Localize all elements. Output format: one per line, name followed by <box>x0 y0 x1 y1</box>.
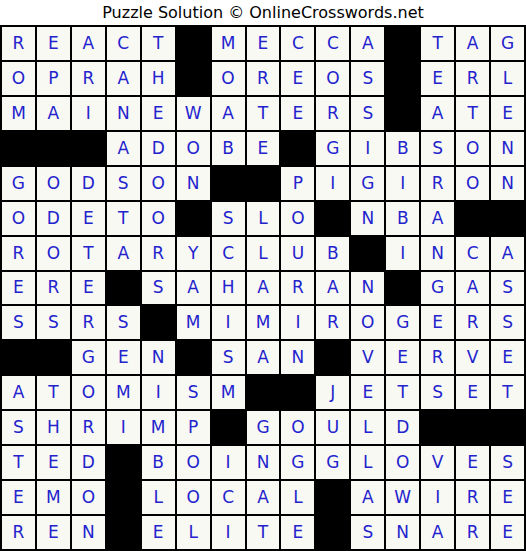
cell-letter: T <box>502 384 512 401</box>
cell-letter: V <box>467 349 479 366</box>
cell-letter: E <box>258 35 269 52</box>
letter-cell-r14c2: M <box>37 481 70 514</box>
letter-cell-r2c10: O <box>316 62 349 95</box>
letter-cell-r3c8: T <box>247 97 280 130</box>
letter-cell-r13c6: O <box>177 446 210 479</box>
black-cell-r12c13 <box>421 411 454 444</box>
letter-cell-r9c1: S <box>2 306 35 339</box>
cell-letter: J <box>330 384 335 401</box>
cell-letter: L <box>258 245 267 262</box>
letter-cell-r13c13: V <box>421 446 454 479</box>
cell-letter: P <box>48 70 58 87</box>
cell-letter: G <box>501 35 514 52</box>
letter-cell-r14c7: C <box>212 481 245 514</box>
cell-letter: C <box>222 245 234 262</box>
cell-letter: N <box>361 279 374 296</box>
cell-letter: M <box>256 314 271 331</box>
letter-cell-r13c7: I <box>212 446 245 479</box>
letter-cell-r2c9: E <box>281 62 314 95</box>
letter-cell-r2c1: O <box>2 62 35 95</box>
letter-cell-r8c6: A <box>177 272 210 305</box>
black-cell-r8c12 <box>386 272 419 305</box>
cell-letter: A <box>467 35 479 52</box>
crossword-grid: REACTMECCATAGOPRAHOREOSERLMAINEWATERSATE… <box>0 25 526 551</box>
letter-cell-r9c14: R <box>456 306 489 339</box>
letter-cell-r10c15: E <box>491 341 524 374</box>
cell-letter: L <box>293 489 302 506</box>
letter-cell-r7c2: O <box>37 237 70 270</box>
cell-letter: S <box>223 210 234 227</box>
cell-letter: G <box>396 314 409 331</box>
cell-letter: A <box>432 210 444 227</box>
letter-cell-r7c12: I <box>386 237 419 270</box>
letter-cell-r15c12: N <box>386 516 419 549</box>
cell-letter: L <box>503 70 512 87</box>
letter-cell-r14c14: R <box>456 481 489 514</box>
cell-letter: N <box>292 349 305 366</box>
letter-cell-r8c3: E <box>72 272 105 305</box>
cell-letter: E <box>48 454 59 471</box>
letter-cell-r7c5: R <box>142 237 175 270</box>
cell-letter: R <box>292 279 304 296</box>
cell-letter: N <box>117 105 130 122</box>
letter-cell-r5c13: R <box>421 167 454 200</box>
cell-letter: E <box>502 524 513 541</box>
letter-cell-r2c13: E <box>421 62 454 95</box>
black-cell-r12c14 <box>456 411 489 444</box>
letter-cell-r9c9: I <box>281 306 314 339</box>
letter-cell-r7c6: Y <box>177 237 210 270</box>
cell-letter: E <box>13 489 24 506</box>
letter-cell-r13c5: B <box>142 446 175 479</box>
letter-cell-r8c15: S <box>491 272 524 305</box>
cell-letter: R <box>82 314 94 331</box>
cell-letter: R <box>13 245 25 262</box>
cell-letter: N <box>361 210 374 227</box>
letter-cell-r13c8: N <box>247 446 280 479</box>
black-cell-r4c9 <box>281 132 314 165</box>
cell-letter: W <box>394 489 411 506</box>
letter-cell-r7c10: B <box>316 237 349 270</box>
cell-letter: O <box>82 384 95 401</box>
letter-cell-r9c7: I <box>212 306 245 339</box>
cell-letter: E <box>83 210 94 227</box>
cell-letter: O <box>326 70 339 87</box>
cell-letter: E <box>432 70 443 87</box>
cell-letter: O <box>291 210 304 227</box>
cell-letter: Y <box>188 245 198 262</box>
letter-cell-r8c2: R <box>37 272 70 305</box>
letter-cell-r3c9: E <box>281 97 314 130</box>
cell-letter: G <box>431 279 444 296</box>
letter-cell-r2c14: R <box>456 62 489 95</box>
letter-cell-r10c11: V <box>351 341 384 374</box>
letter-cell-r5c12: I <box>386 167 419 200</box>
black-cell-r12c15 <box>491 411 524 444</box>
letter-cell-r6c13: A <box>421 202 454 235</box>
cell-letter: U <box>292 245 304 262</box>
cell-letter: G <box>82 349 95 366</box>
cell-letter: E <box>293 524 304 541</box>
cell-letter: O <box>396 454 409 471</box>
cell-letter: L <box>363 454 372 471</box>
letter-cell-r9c4: S <box>107 306 140 339</box>
letter-cell-r5c1: G <box>2 167 35 200</box>
letter-cell-r4c14: O <box>456 132 489 165</box>
letter-cell-r11c12: T <box>386 376 419 409</box>
letter-cell-r9c11: O <box>351 306 384 339</box>
letter-cell-r2c15: L <box>491 62 524 95</box>
letter-cell-r9c6: M <box>177 306 210 339</box>
letter-cell-r10c8: A <box>247 341 280 374</box>
cell-letter: L <box>363 419 372 436</box>
letter-cell-r11c5: I <box>142 376 175 409</box>
letter-cell-r6c9: O <box>281 202 314 235</box>
cell-letter: A <box>502 245 514 262</box>
cell-letter: T <box>432 35 442 52</box>
cell-letter: E <box>362 384 373 401</box>
letter-cell-r2c3: R <box>72 62 105 95</box>
letter-cell-r1c7: M <box>212 27 245 60</box>
letter-cell-r12c2: H <box>37 411 70 444</box>
black-cell-r15c4 <box>107 516 140 549</box>
cell-letter: G <box>326 454 339 471</box>
cell-letter: A <box>48 105 60 122</box>
cell-letter: S <box>118 314 129 331</box>
cell-letter: M <box>46 489 61 506</box>
black-cell-r4c3 <box>72 132 105 165</box>
letter-cell-r2c5: H <box>142 62 175 95</box>
page-title: Puzzle Solution © OnlineCrosswords.net <box>0 0 526 25</box>
letter-cell-r11c3: O <box>72 376 105 409</box>
cell-letter: A <box>13 384 25 401</box>
letter-cell-r1c14: A <box>456 27 489 60</box>
letter-cell-r10c3: G <box>72 341 105 374</box>
cell-letter: N <box>187 175 200 192</box>
letter-cell-r14c12: W <box>386 481 419 514</box>
cell-letter: A <box>117 70 129 87</box>
letter-cell-r11c4: M <box>107 376 140 409</box>
cell-letter: A <box>362 489 374 506</box>
cell-letter: I <box>226 314 231 331</box>
letter-cell-r1c11: A <box>351 27 384 60</box>
cell-letter: A <box>467 279 479 296</box>
cell-letter: N <box>152 349 165 366</box>
cell-letter: T <box>258 105 268 122</box>
cell-letter: O <box>186 489 199 506</box>
cell-letter: S <box>362 105 373 122</box>
letter-cell-r12c1: S <box>2 411 35 444</box>
cell-letter: O <box>466 140 479 157</box>
letter-cell-r8c13: G <box>421 272 454 305</box>
black-cell-r10c6 <box>177 341 210 374</box>
cell-letter: V <box>432 454 444 471</box>
letter-cell-r12c10: U <box>316 411 349 444</box>
black-cell-r9c5 <box>142 306 175 339</box>
black-cell-r6c15 <box>491 202 524 235</box>
cell-letter: T <box>258 524 268 541</box>
black-cell-r13c4 <box>107 446 140 479</box>
letter-cell-r3c3: I <box>72 97 105 130</box>
cell-letter: P <box>293 175 303 192</box>
letter-cell-r12c11: L <box>351 411 384 444</box>
cell-letter: I <box>400 245 405 262</box>
cell-letter: E <box>502 105 513 122</box>
cell-letter: L <box>153 489 162 506</box>
puzzle-solution-page: Puzzle Solution © OnlineCrosswords.net R… <box>0 0 526 551</box>
cell-letter: A <box>187 279 199 296</box>
letter-cell-r4c7: B <box>212 132 245 165</box>
letter-cell-r15c5: E <box>142 516 175 549</box>
letter-cell-r1c3: A <box>72 27 105 60</box>
letter-cell-r15c11: S <box>351 516 384 549</box>
letter-cell-r14c1: E <box>2 481 35 514</box>
letter-cell-r7c3: T <box>72 237 105 270</box>
cell-letter: N <box>501 175 514 192</box>
letter-cell-r1c1: R <box>2 27 35 60</box>
cell-letter: M <box>221 35 236 52</box>
letter-cell-r8c1: E <box>2 272 35 305</box>
letter-cell-r10c14: V <box>456 341 489 374</box>
letter-cell-r3c11: S <box>351 97 384 130</box>
cell-letter: G <box>361 175 374 192</box>
letter-cell-r13c14: E <box>456 446 489 479</box>
cell-letter: O <box>186 140 199 157</box>
letter-cell-r2c2: P <box>37 62 70 95</box>
black-cell-r4c2 <box>37 132 70 165</box>
letter-cell-r5c10: I <box>316 167 349 200</box>
letter-cell-r13c12: O <box>386 446 419 479</box>
cell-letter: P <box>188 419 198 436</box>
cell-letter: O <box>151 210 164 227</box>
cell-letter: E <box>153 524 164 541</box>
cell-letter: E <box>467 454 478 471</box>
letter-cell-r9c8: M <box>247 306 280 339</box>
cell-letter: O <box>151 175 164 192</box>
letter-cell-r12c9: O <box>281 411 314 444</box>
cell-letter: A <box>327 279 339 296</box>
cell-letter: A <box>257 349 269 366</box>
cell-letter: A <box>362 35 374 52</box>
letter-cell-r10c13: R <box>421 341 454 374</box>
cell-letter: A <box>432 105 444 122</box>
letter-cell-r9c2: S <box>37 306 70 339</box>
letter-cell-r8c10: A <box>316 272 349 305</box>
letter-cell-r9c15: S <box>491 306 524 339</box>
letter-cell-r2c8: R <box>247 62 280 95</box>
black-cell-r11c8 <box>247 376 280 409</box>
black-cell-r14c4 <box>107 481 140 514</box>
letter-cell-r14c8: A <box>247 481 280 514</box>
letter-cell-r12c5: M <box>142 411 175 444</box>
cell-letter: R <box>327 314 339 331</box>
cell-letter: T <box>398 384 408 401</box>
letter-cell-r13c2: E <box>37 446 70 479</box>
letter-cell-r1c5: T <box>142 27 175 60</box>
letter-cell-r15c2: E <box>37 516 70 549</box>
cell-letter: L <box>258 210 267 227</box>
letter-cell-r6c1: O <box>2 202 35 235</box>
cell-letter: C <box>292 35 304 52</box>
letter-cell-r10c9: N <box>281 341 314 374</box>
black-cell-r2c6 <box>177 62 210 95</box>
cell-letter: R <box>13 524 25 541</box>
letter-cell-r13c9: G <box>281 446 314 479</box>
letter-cell-r12c8: G <box>247 411 280 444</box>
cell-letter: D <box>47 210 60 227</box>
letter-cell-r14c9: L <box>281 481 314 514</box>
cell-letter: N <box>501 140 514 157</box>
cell-letter: R <box>82 419 94 436</box>
cell-letter: O <box>12 70 25 87</box>
letter-cell-r9c13: E <box>421 306 454 339</box>
letter-cell-r13c10: G <box>316 446 349 479</box>
cell-letter: R <box>152 245 164 262</box>
letter-cell-r3c4: N <box>107 97 140 130</box>
letter-cell-r3c15: E <box>491 97 524 130</box>
cell-letter: A <box>117 245 129 262</box>
cell-letter: E <box>293 105 304 122</box>
letter-cell-r7c8: L <box>247 237 280 270</box>
letter-cell-r5c9: P <box>281 167 314 200</box>
cell-letter: N <box>257 454 270 471</box>
cell-letter: R <box>47 279 59 296</box>
letter-cell-r6c2: D <box>37 202 70 235</box>
cell-letter: I <box>435 489 440 506</box>
cell-letter: O <box>47 245 60 262</box>
letter-cell-r3c13: A <box>421 97 454 130</box>
cell-letter: I <box>365 140 370 157</box>
cell-letter: A <box>83 35 95 52</box>
black-cell-r14c10 <box>316 481 349 514</box>
cell-letter: A <box>257 279 269 296</box>
letter-cell-r2c7: O <box>212 62 245 95</box>
letter-cell-r3c14: T <box>456 97 489 130</box>
letter-cell-r4c11: I <box>351 132 384 165</box>
black-cell-r2c12 <box>386 62 419 95</box>
cell-letter: I <box>330 175 335 192</box>
cell-letter: E <box>48 35 59 52</box>
letter-cell-r1c8: E <box>247 27 280 60</box>
letter-cell-r6c7: S <box>212 202 245 235</box>
black-cell-r6c10 <box>316 202 349 235</box>
letter-cell-r11c7: M <box>212 376 245 409</box>
black-cell-r1c12 <box>386 27 419 60</box>
letter-cell-r11c2: T <box>37 376 70 409</box>
letter-cell-r12c12: D <box>386 411 419 444</box>
letter-cell-r11c15: T <box>491 376 524 409</box>
cell-letter: S <box>362 70 373 87</box>
letter-cell-r15c3: N <box>72 516 105 549</box>
letter-cell-r11c11: E <box>351 376 384 409</box>
letter-cell-r11c6: S <box>177 376 210 409</box>
cell-letter: C <box>222 489 234 506</box>
letter-cell-r7c14: C <box>456 237 489 270</box>
letter-cell-r3c2: A <box>37 97 70 130</box>
cell-letter: S <box>153 279 164 296</box>
letter-cell-r4c6: O <box>177 132 210 165</box>
cell-letter: O <box>291 419 304 436</box>
letter-cell-r15c6: L <box>177 516 210 549</box>
letter-cell-r4c8: E <box>247 132 280 165</box>
letter-cell-r4c15: N <box>491 132 524 165</box>
letter-cell-r15c8: T <box>247 516 280 549</box>
cell-letter: D <box>396 419 409 436</box>
cell-letter: O <box>82 489 95 506</box>
letter-cell-r15c15: E <box>491 516 524 549</box>
letter-cell-r5c15: N <box>491 167 524 200</box>
letter-cell-r5c5: O <box>142 167 175 200</box>
cell-letter: C <box>467 245 479 262</box>
black-cell-r5c8 <box>247 167 280 200</box>
cell-letter: T <box>48 384 58 401</box>
letter-cell-r14c6: O <box>177 481 210 514</box>
cell-letter: S <box>13 314 24 331</box>
letter-cell-r11c14: E <box>456 376 489 409</box>
cell-letter: I <box>400 175 405 192</box>
cell-letter: B <box>327 245 339 262</box>
cell-letter: R <box>432 349 444 366</box>
cell-letter: E <box>153 105 164 122</box>
black-cell-r15c10 <box>316 516 349 549</box>
cell-letter: T <box>13 454 23 471</box>
cell-letter: N <box>431 245 444 262</box>
letter-cell-r6c5: O <box>142 202 175 235</box>
cell-letter: D <box>82 175 95 192</box>
cell-letter: E <box>502 349 513 366</box>
cell-letter: S <box>362 524 373 541</box>
letter-cell-r5c4: S <box>107 167 140 200</box>
cell-letter: T <box>467 105 477 122</box>
letter-cell-r5c2: O <box>37 167 70 200</box>
letter-cell-r1c9: C <box>281 27 314 60</box>
cell-letter: M <box>221 384 236 401</box>
letter-cell-r6c3: E <box>72 202 105 235</box>
cell-letter: G <box>12 175 25 192</box>
cell-letter: S <box>118 175 129 192</box>
cell-letter: D <box>82 454 95 471</box>
letter-cell-r5c11: G <box>351 167 384 200</box>
letter-cell-r1c13: T <box>421 27 454 60</box>
cell-letter: I <box>295 314 300 331</box>
letter-cell-r3c6: W <box>177 97 210 130</box>
letter-cell-r4c10: G <box>316 132 349 165</box>
letter-cell-r5c6: N <box>177 167 210 200</box>
cell-letter: G <box>291 454 304 471</box>
black-cell-r1c6 <box>177 27 210 60</box>
cell-letter: E <box>432 314 443 331</box>
letter-cell-r10c7: S <box>212 341 245 374</box>
cell-letter: S <box>223 349 234 366</box>
cell-letter: R <box>467 70 479 87</box>
letter-cell-r14c5: L <box>142 481 175 514</box>
cell-letter: S <box>13 419 24 436</box>
letter-cell-r1c15: G <box>491 27 524 60</box>
letter-cell-r1c4: C <box>107 27 140 60</box>
black-cell-r11c9 <box>281 376 314 409</box>
letter-cell-r7c15: A <box>491 237 524 270</box>
cell-letter: O <box>47 175 60 192</box>
black-cell-r4c1 <box>2 132 35 165</box>
letter-cell-r9c10: R <box>316 306 349 339</box>
letter-cell-r1c2: E <box>37 27 70 60</box>
cell-letter: L <box>188 524 197 541</box>
cell-letter: E <box>13 279 24 296</box>
black-cell-r10c10 <box>316 341 349 374</box>
letter-cell-r7c13: N <box>421 237 454 270</box>
letter-cell-r4c4: A <box>107 132 140 165</box>
cell-letter: O <box>221 70 234 87</box>
